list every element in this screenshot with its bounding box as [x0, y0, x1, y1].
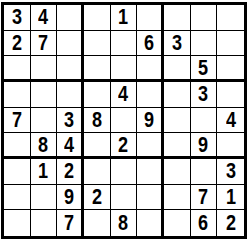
given-digit: 3	[172, 32, 182, 54]
cell-r4c7[interactable]	[164, 82, 191, 108]
cell-r7c4[interactable]	[84, 159, 111, 185]
cell-r1c5[interactable]: 1	[111, 5, 138, 31]
cell-r8c9[interactable]: 1	[217, 185, 244, 211]
given-digit: 5	[198, 57, 208, 79]
cell-r2c9[interactable]	[217, 31, 244, 57]
cell-r8c6[interactable]	[137, 185, 164, 211]
cell-r4c1[interactable]	[4, 82, 31, 108]
cell-r8c8[interactable]: 7	[191, 185, 218, 211]
cell-r9c8[interactable]: 6	[191, 210, 218, 236]
given-digit: 7	[12, 109, 22, 131]
given-digit: 4	[38, 6, 48, 28]
given-digit: 1	[38, 160, 48, 182]
cell-r8c7[interactable]	[164, 185, 191, 211]
cell-r5c8[interactable]	[191, 108, 218, 134]
cell-r3c9[interactable]	[217, 56, 244, 82]
cell-r1c1[interactable]: 3	[4, 5, 31, 31]
given-digit: 7	[64, 212, 74, 234]
given-digit: 4	[226, 109, 236, 131]
cell-r9c2[interactable]	[31, 210, 58, 236]
cell-r6c1[interactable]	[4, 133, 31, 159]
given-digit: 4	[64, 134, 74, 156]
given-digit: 2	[226, 212, 236, 234]
cell-r1c4[interactable]	[84, 5, 111, 31]
cell-r3c8[interactable]: 5	[191, 56, 218, 82]
given-digit: 2	[118, 134, 128, 156]
cell-r8c4[interactable]: 2	[84, 185, 111, 211]
cell-r6c4[interactable]	[84, 133, 111, 159]
cell-r4c4[interactable]	[84, 82, 111, 108]
cell-r2c6[interactable]: 6	[137, 31, 164, 57]
cell-r5c5[interactable]	[111, 108, 138, 134]
cell-r9c1[interactable]	[4, 210, 31, 236]
cell-r7c6[interactable]	[137, 159, 164, 185]
cell-r9c6[interactable]	[137, 210, 164, 236]
cell-r7c1[interactable]	[4, 159, 31, 185]
given-digit: 1	[118, 6, 128, 28]
cell-r2c7[interactable]: 3	[164, 31, 191, 57]
cell-r1c3[interactable]	[57, 5, 84, 31]
cell-r6c5[interactable]: 2	[111, 133, 138, 159]
cell-r1c9[interactable]	[217, 5, 244, 31]
given-digit: 6	[144, 32, 154, 54]
cell-r1c7[interactable]	[164, 5, 191, 31]
cell-r7c5[interactable]	[111, 159, 138, 185]
given-digit: 3	[64, 109, 74, 131]
cell-r5c6[interactable]: 9	[137, 108, 164, 134]
cell-r7c8[interactable]	[191, 159, 218, 185]
cell-r4c9[interactable]	[217, 82, 244, 108]
given-digit: 7	[38, 32, 48, 54]
given-digit: 3	[12, 6, 22, 28]
given-digit: 1	[226, 186, 236, 208]
given-digit: 6	[198, 212, 208, 234]
cell-r7c2[interactable]: 1	[31, 159, 58, 185]
cell-r3c6[interactable]	[137, 56, 164, 82]
cell-r5c7[interactable]	[164, 108, 191, 134]
cell-r6c3[interactable]: 4	[57, 133, 84, 159]
cell-r4c6[interactable]	[137, 82, 164, 108]
given-digit: 2	[64, 160, 74, 182]
cell-r8c3[interactable]: 9	[57, 185, 84, 211]
cell-r6c8[interactable]: 9	[191, 133, 218, 159]
cell-r2c1[interactable]: 2	[4, 31, 31, 57]
cell-r3c3[interactable]	[57, 56, 84, 82]
cell-r1c2[interactable]: 4	[31, 5, 58, 31]
given-digit: 8	[118, 212, 128, 234]
cell-r3c2[interactable]	[31, 56, 58, 82]
cell-r9c5[interactable]: 8	[111, 210, 138, 236]
given-digit: 9	[144, 109, 154, 131]
cell-r7c9[interactable]: 3	[217, 159, 244, 185]
cell-r7c3[interactable]: 2	[57, 159, 84, 185]
cell-r9c4[interactable]	[84, 210, 111, 236]
cell-r2c4[interactable]	[84, 31, 111, 57]
given-digit: 3	[226, 160, 236, 182]
sudoku-board: 341276354373894842912392717862	[1, 2, 247, 239]
cell-r4c3[interactable]	[57, 82, 84, 108]
cell-r3c4[interactable]	[84, 56, 111, 82]
cell-r5c3[interactable]: 3	[57, 108, 84, 134]
cell-r6c6[interactable]	[137, 133, 164, 159]
cell-r6c2[interactable]: 8	[31, 133, 58, 159]
cell-r3c1[interactable]	[4, 56, 31, 82]
cell-r3c5[interactable]	[111, 56, 138, 82]
cell-r3c7[interactable]	[164, 56, 191, 82]
cell-r4c2[interactable]	[31, 82, 58, 108]
given-digit: 2	[12, 32, 22, 54]
cell-r5c1[interactable]: 7	[4, 108, 31, 134]
cell-r2c8[interactable]	[191, 31, 218, 57]
cell-r4c5[interactable]: 4	[111, 82, 138, 108]
cell-r5c4[interactable]: 8	[84, 108, 111, 134]
cell-r9c3[interactable]: 7	[57, 210, 84, 236]
given-digit: 2	[92, 186, 102, 208]
given-digit: 4	[118, 83, 128, 105]
given-digit: 3	[198, 83, 208, 105]
cell-r8c5[interactable]	[111, 185, 138, 211]
cell-r5c9[interactable]: 4	[217, 108, 244, 134]
given-digit: 9	[198, 134, 208, 156]
cell-r1c8[interactable]	[191, 5, 218, 31]
cell-r7c7[interactable]	[164, 159, 191, 185]
cell-r8c1[interactable]	[4, 185, 31, 211]
cell-r9c7[interactable]	[164, 210, 191, 236]
cell-r4c8[interactable]: 3	[191, 82, 218, 108]
cell-r2c3[interactable]	[57, 31, 84, 57]
given-digit: 9	[64, 186, 74, 208]
cell-r2c2[interactable]: 7	[31, 31, 58, 57]
cell-r5c2[interactable]	[31, 108, 58, 134]
given-digit: 8	[92, 109, 102, 131]
cell-r9c9[interactable]: 2	[217, 210, 244, 236]
cell-r6c7[interactable]	[164, 133, 191, 159]
cell-r8c2[interactable]	[31, 185, 58, 211]
cell-r1c6[interactable]	[137, 5, 164, 31]
given-digit: 8	[38, 134, 48, 156]
cell-r6c9[interactable]	[217, 133, 244, 159]
given-digit: 7	[198, 186, 208, 208]
cell-r2c5[interactable]	[111, 31, 138, 57]
